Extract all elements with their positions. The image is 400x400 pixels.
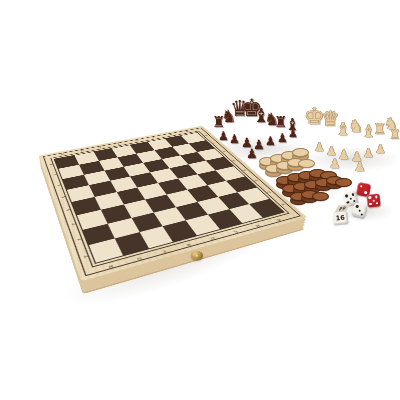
square-c1 (208, 209, 242, 229)
square-b1 (229, 204, 263, 223)
draughts-disc (335, 178, 352, 187)
die-pip (360, 185, 363, 188)
square-d1 (186, 215, 220, 236)
coordinate-label: 6 (55, 184, 60, 186)
draughts-stack-dark (312, 189, 327, 201)
square-h3 (77, 210, 107, 230)
die-pip (375, 196, 378, 199)
die-pip (345, 194, 348, 197)
square-g1 (115, 232, 149, 255)
coordinate-label: B (254, 223, 260, 227)
square-a1 (250, 199, 284, 217)
square-c3 (187, 185, 217, 202)
coordinate-label: F (162, 248, 167, 252)
coordinate-label: G (135, 255, 141, 260)
coordinate-label: 1 (81, 255, 87, 259)
chess-piece: ♟ (277, 132, 288, 144)
square-b2 (217, 192, 249, 209)
draughts-disc (312, 192, 329, 201)
chess-piece: ♜ (389, 128, 400, 141)
doubling-cube-front-face: 16 (333, 211, 348, 225)
coordinate-label: C (232, 229, 238, 233)
chess-piece: ♟ (375, 143, 386, 155)
square-f2 (131, 212, 163, 232)
square-g4 (94, 192, 123, 209)
coordinate-label: 8 (47, 164, 52, 166)
coordinate-label: 2 (266, 191, 272, 194)
square-f3 (123, 199, 153, 217)
chess-piece: ♟ (265, 135, 276, 147)
chess-piece: ♟ (218, 130, 229, 142)
doubling-cube-front-value: 16 (335, 214, 345, 223)
coordinate-label: 7 (51, 174, 56, 176)
square-g5 (89, 181, 117, 197)
square-h5 (67, 185, 94, 202)
die-pip (372, 199, 375, 202)
square-g2 (107, 218, 139, 239)
square-f1 (139, 226, 173, 248)
square-g3 (101, 204, 131, 223)
die-pip (364, 191, 367, 194)
doubling-cube: 64 16 (332, 204, 350, 226)
square-h2 (83, 224, 115, 246)
square-a2 (237, 187, 269, 204)
coordinate-label: E (186, 242, 192, 246)
coordinate-label: A (276, 217, 282, 221)
square-d3 (166, 190, 196, 207)
square-h4 (72, 197, 101, 215)
square-b3 (207, 181, 237, 197)
die-pip (360, 213, 363, 216)
coordinate-label: 3 (69, 223, 75, 226)
chess-piece: ♟ (229, 133, 240, 145)
square-c2 (197, 197, 229, 215)
coordinate-label: D (209, 235, 215, 239)
coordinate-label: 5 (59, 196, 64, 199)
red-die (366, 193, 380, 207)
chess-piece: ♟ (314, 141, 325, 153)
chess-piece: ♟ (288, 128, 298, 139)
die-pip (369, 196, 372, 199)
square-a3 (226, 176, 256, 192)
square-e4 (138, 183, 167, 199)
coordinate-label: 4 (64, 209, 70, 212)
chess-piece: ♟ (354, 160, 366, 173)
brass-clasp-icon (191, 251, 203, 260)
square-d2 (176, 202, 208, 221)
die-pip (376, 202, 379, 205)
chess-piece: ♟ (363, 147, 374, 159)
square-e3 (145, 194, 175, 212)
coordinate-label: H (108, 263, 114, 268)
chess-piece: ♟ (246, 147, 258, 160)
coordinate-label: 2 (75, 238, 81, 241)
die-pip (369, 203, 372, 206)
draughts-stack-dark (335, 175, 350, 187)
die-pip (358, 209, 361, 212)
die-pip (356, 205, 359, 208)
square-h1 (89, 239, 123, 263)
coordinate-label: 1 (280, 203, 286, 206)
square-e2 (154, 207, 186, 226)
die-pip (349, 197, 352, 200)
square-f4 (116, 188, 145, 205)
die-pip (351, 193, 354, 196)
square-e1 (163, 220, 197, 241)
